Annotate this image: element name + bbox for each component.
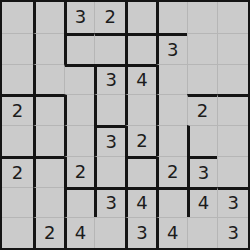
cell-r6-c4[interactable]: 4 — [125, 187, 156, 218]
cell-r4-c7[interactable] — [217, 125, 248, 156]
cell-r1-c6[interactable] — [187, 33, 218, 64]
cell-r6-c2[interactable] — [64, 187, 95, 218]
given-digit: 2 — [104, 8, 115, 26]
cell-r3-c2[interactable] — [64, 94, 95, 125]
cell-r1-c0[interactable] — [2, 33, 33, 64]
cell-r5-c7[interactable] — [217, 156, 248, 187]
cell-r3-c5[interactable] — [156, 94, 187, 125]
cell-r4-c1[interactable] — [33, 125, 64, 156]
cell-r1-c4[interactable] — [125, 33, 156, 64]
given-digit: 2 — [136, 132, 147, 150]
given-digit: 2 — [75, 163, 86, 181]
cell-r6-c3[interactable]: 3 — [94, 187, 125, 218]
cell-r0-c0[interactable] — [2, 2, 33, 33]
cell-r5-c5[interactable]: 2 — [156, 156, 187, 187]
cell-r6-c5[interactable] — [156, 187, 187, 218]
cell-r2-c4[interactable]: 4 — [125, 64, 156, 95]
given-digit: 2 — [167, 163, 178, 181]
puzzle-board: 3233422322223344324343 — [0, 0, 250, 250]
given-digit: 3 — [167, 41, 178, 59]
cell-r7-c1[interactable]: 2 — [33, 217, 64, 248]
cell-r5-c6[interactable]: 3 — [187, 156, 218, 187]
given-digit: 2 — [12, 102, 23, 120]
cell-r0-c5[interactable] — [156, 2, 187, 33]
cell-r6-c0[interactable] — [2, 187, 33, 218]
given-digit: 2 — [44, 224, 55, 242]
cell-r2-c0[interactable] — [2, 64, 33, 95]
cell-r4-c4[interactable]: 2 — [125, 125, 156, 156]
cell-r7-c3[interactable] — [94, 217, 125, 248]
cell-r0-c4[interactable] — [125, 2, 156, 33]
cell-r4-c3[interactable]: 3 — [94, 125, 125, 156]
cell-r6-c1[interactable] — [33, 187, 64, 218]
given-digit: 4 — [136, 71, 147, 89]
cell-r5-c2[interactable]: 2 — [64, 156, 95, 187]
cell-r1-c3[interactable] — [94, 33, 125, 64]
cell-r3-c3[interactable] — [94, 94, 125, 125]
cell-r7-c0[interactable] — [2, 217, 33, 248]
given-digit: 2 — [197, 102, 208, 120]
cell-r2-c2[interactable] — [64, 64, 95, 95]
cell-r7-c5[interactable]: 4 — [156, 217, 187, 248]
cell-r1-c2[interactable] — [64, 33, 95, 64]
cell-r1-c5[interactable]: 3 — [156, 33, 187, 64]
cell-r2-c5[interactable] — [156, 64, 187, 95]
given-digit: 3 — [198, 164, 209, 182]
cell-r0-c1[interactable] — [33, 2, 64, 33]
cell-r0-c7[interactable] — [217, 2, 248, 33]
cell-r3-c7[interactable] — [217, 94, 248, 125]
given-digit: 3 — [105, 133, 116, 151]
cell-r3-c6[interactable]: 2 — [187, 94, 218, 125]
cell-r4-c5[interactable] — [156, 125, 187, 156]
given-digit: 3 — [75, 8, 86, 26]
given-digit: 3 — [105, 71, 116, 89]
cell-r4-c2[interactable] — [64, 125, 95, 156]
given-digit: 4 — [136, 194, 147, 212]
cell-r4-c0[interactable] — [2, 125, 33, 156]
given-digit: 4 — [198, 194, 209, 212]
cell-r2-c3[interactable]: 3 — [94, 64, 125, 95]
cell-r5-c0[interactable]: 2 — [2, 156, 33, 187]
cell-r0-c6[interactable] — [187, 2, 218, 33]
given-digit: 3 — [105, 194, 116, 212]
given-digit: 3 — [227, 194, 238, 212]
cell-r7-c6[interactable] — [187, 217, 218, 248]
cell-r5-c4[interactable] — [125, 156, 156, 187]
cell-r6-c7[interactable]: 3 — [217, 187, 248, 218]
given-digit: 3 — [227, 224, 238, 242]
given-digit: 4 — [75, 224, 86, 242]
cell-r6-c6[interactable]: 4 — [187, 187, 218, 218]
cell-r1-c7[interactable] — [217, 33, 248, 64]
cell-r2-c1[interactable] — [33, 64, 64, 95]
cell-r0-c3[interactable]: 2 — [94, 2, 125, 33]
given-digit: 2 — [12, 164, 23, 182]
cell-r2-c6[interactable] — [187, 64, 218, 95]
cell-r3-c0[interactable]: 2 — [2, 94, 33, 125]
cell-r0-c2[interactable]: 3 — [64, 2, 95, 33]
cell-r7-c2[interactable]: 4 — [64, 217, 95, 248]
cell-r5-c3[interactable] — [94, 156, 125, 187]
cell-r2-c7[interactable] — [217, 64, 248, 95]
cell-r4-c6[interactable] — [187, 125, 218, 156]
cell-r5-c1[interactable] — [33, 156, 64, 187]
cell-r7-c7[interactable]: 3 — [217, 217, 248, 248]
given-digit: 4 — [167, 224, 178, 242]
cell-r1-c1[interactable] — [33, 33, 64, 64]
cell-r3-c4[interactable] — [125, 94, 156, 125]
given-digit: 3 — [136, 224, 147, 242]
cell-r3-c1[interactable] — [33, 94, 64, 125]
cell-r7-c4[interactable]: 3 — [125, 217, 156, 248]
